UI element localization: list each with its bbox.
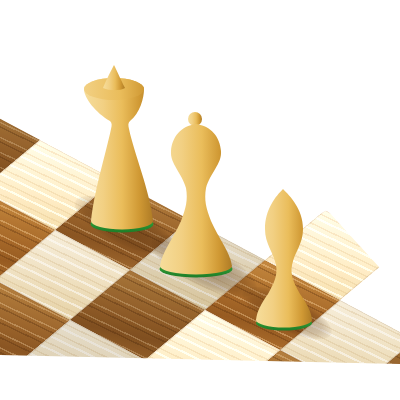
product-photo-stage bbox=[0, 0, 400, 400]
white-king-piece[interactable] bbox=[82, 61, 158, 237]
king-spike bbox=[103, 65, 125, 90]
white-queen-piece[interactable] bbox=[154, 108, 238, 286]
king-body bbox=[84, 65, 153, 230]
queen-ball-finial bbox=[188, 112, 202, 126]
bishop-body bbox=[256, 189, 312, 328]
queen-body bbox=[160, 112, 232, 275]
white-bishop-piece[interactable] bbox=[252, 186, 316, 338]
